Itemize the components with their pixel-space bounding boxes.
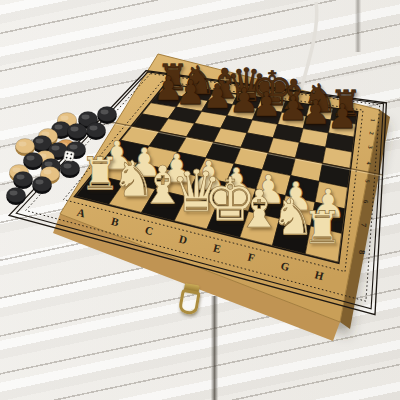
svg-text:3: 3 [367, 146, 373, 150]
dice [64, 151, 75, 162]
chess-board: ABCDEFGH12345678 [0, 0, 400, 400]
svg-text:4: 4 [366, 162, 372, 166]
svg-text:2: 2 [368, 131, 374, 135]
background-wire [298, 2, 317, 100]
product-photo-scene: ABCDEFGH12345678 [0, 0, 400, 400]
svg-text:1: 1 [370, 118, 376, 122]
clasp-hoop [178, 289, 201, 316]
svg-text:5: 5 [364, 179, 370, 183]
